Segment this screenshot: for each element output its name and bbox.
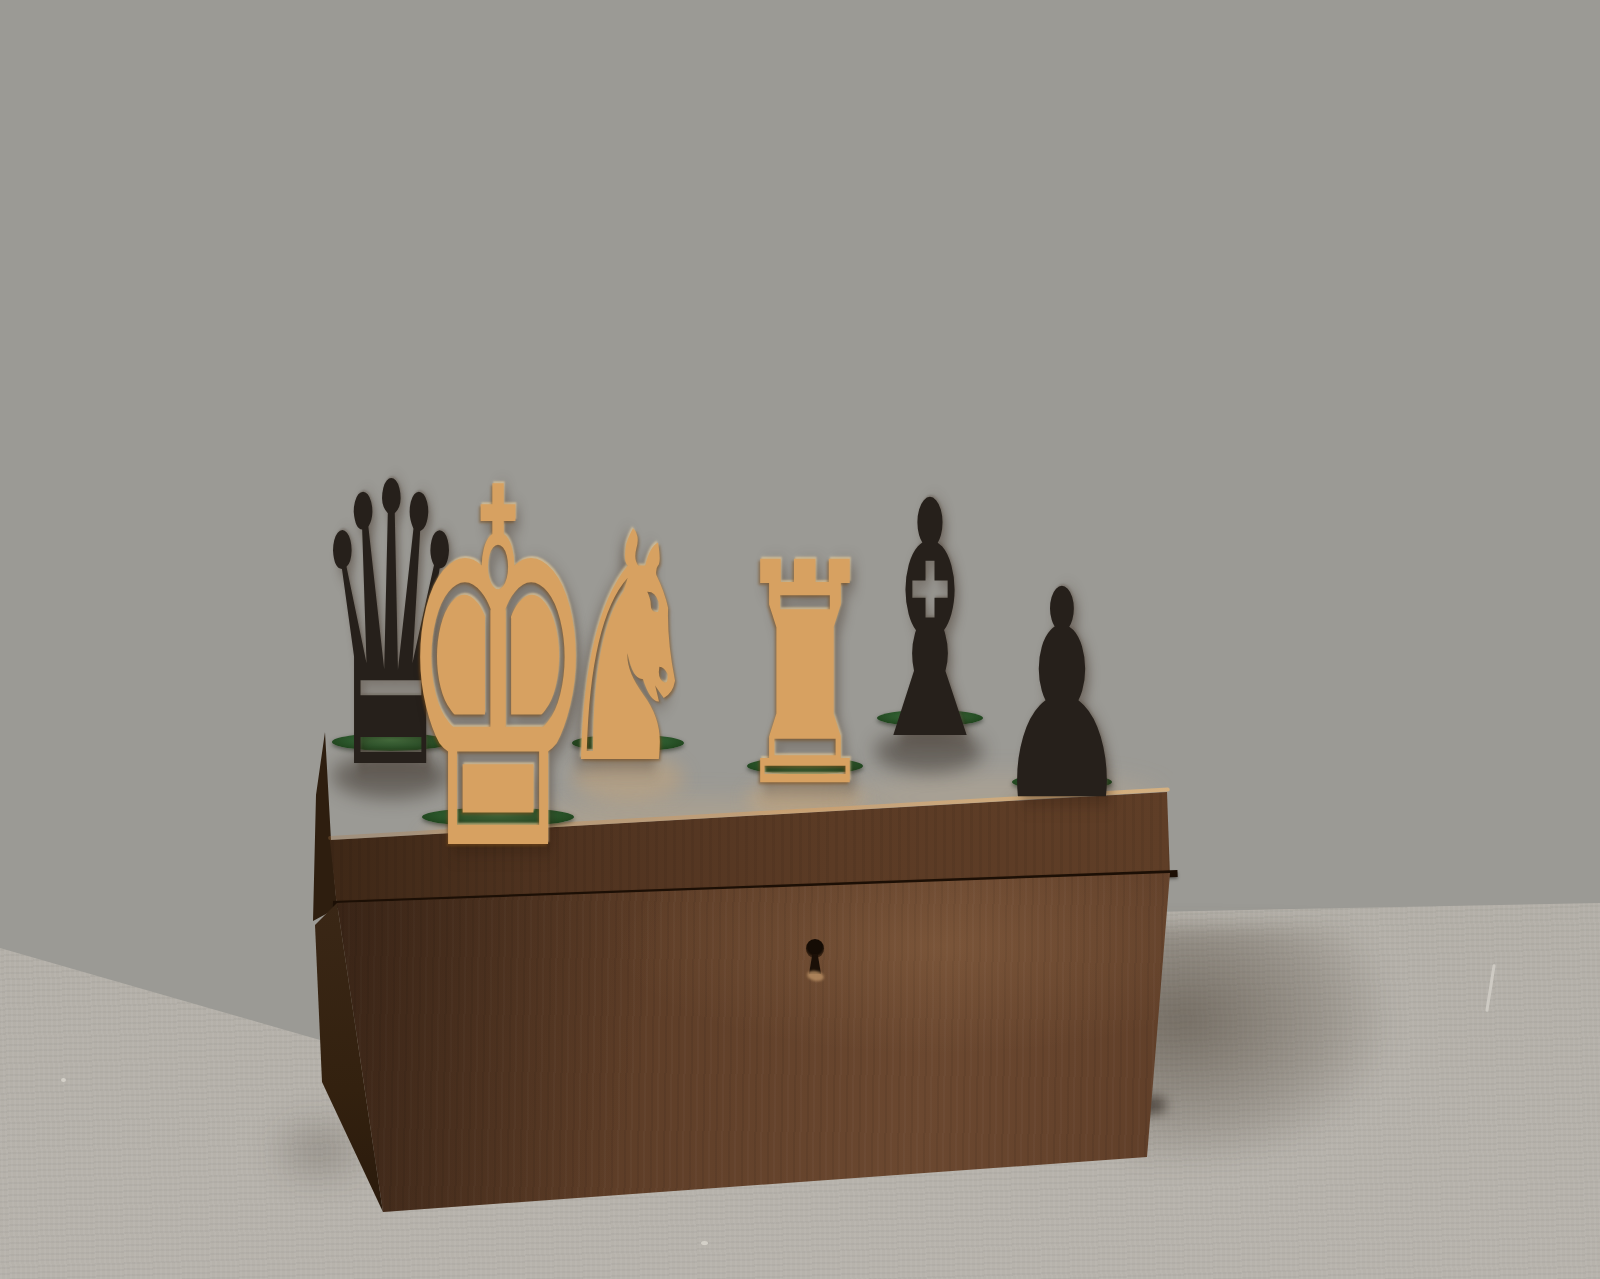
black-pawn-glyph: ♟ [995, 553, 1129, 841]
white-king-glyph: ♚ [398, 426, 597, 920]
black-bishop-glyph: ♝ [860, 459, 1000, 785]
photo-scene: ♛ ♚ ♞ ♜ ♝ ♟ [0, 0, 1600, 1279]
keyhole-scuff-mark [806, 969, 825, 982]
white-rook-glyph: ♜ [734, 523, 877, 829]
